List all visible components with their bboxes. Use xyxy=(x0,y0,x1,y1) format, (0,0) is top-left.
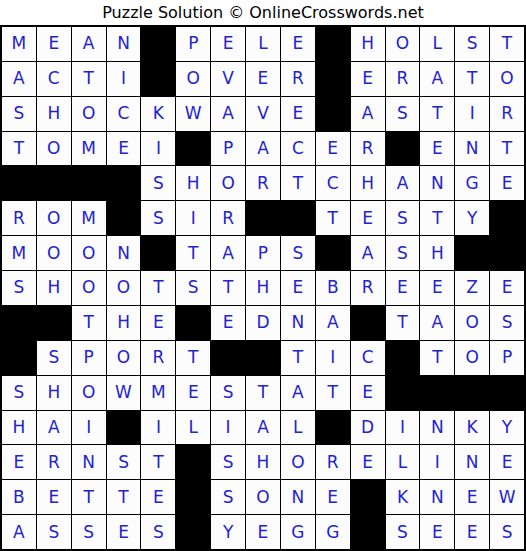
cell-r14c10: E xyxy=(316,480,350,514)
cell-r14c5: E xyxy=(141,480,175,514)
cell-r1c12: O xyxy=(386,27,420,61)
cell-r12c3: I xyxy=(72,411,106,445)
cell-r14c1: B xyxy=(2,480,36,514)
cell-r9c10: A xyxy=(316,306,350,340)
cell-r3c1: S xyxy=(2,97,36,131)
block-cell-r11c15 xyxy=(490,376,524,410)
cell-r10c13: T xyxy=(420,341,454,375)
cell-r3c13: T xyxy=(420,97,454,131)
cell-r2c9: R xyxy=(281,62,315,96)
cell-r4c3: M xyxy=(72,132,106,166)
cell-r6c11: E xyxy=(351,201,385,235)
block-cell-r4c6 xyxy=(176,132,210,166)
cell-r13c4: S xyxy=(107,445,141,479)
cell-r8c15: E xyxy=(490,271,524,305)
cell-r5c15: E xyxy=(490,166,524,200)
block-cell-r7c5 xyxy=(141,236,175,270)
cell-r11c6: E xyxy=(176,376,210,410)
cell-r8c10: B xyxy=(316,271,350,305)
cell-r11c2: H xyxy=(37,376,71,410)
cell-r6c5: S xyxy=(141,201,175,235)
block-cell-r1c5 xyxy=(141,27,175,61)
cell-r6c12: S xyxy=(386,201,420,235)
cell-r2c15: O xyxy=(490,62,524,96)
cell-r6c6: I xyxy=(176,201,210,235)
cell-r4c13: E xyxy=(420,132,454,166)
cell-r15c13: E xyxy=(420,515,454,549)
cell-r10c5: R xyxy=(141,341,175,375)
cell-r7c6: T xyxy=(176,236,210,270)
cell-r15c5: S xyxy=(141,515,175,549)
cell-r8c1: S xyxy=(2,271,36,305)
cell-r10c4: O xyxy=(107,341,141,375)
cell-r7c2: O xyxy=(37,236,71,270)
puzzle-solution-page: Puzzle Solution © OnlineCrosswords.net M… xyxy=(0,0,526,551)
cell-r1c13: L xyxy=(420,27,454,61)
cell-r1c15: T xyxy=(490,27,524,61)
block-cell-r6c8 xyxy=(246,201,280,235)
cell-r2c4: I xyxy=(107,62,141,96)
block-cell-r10c1 xyxy=(2,341,36,375)
cell-r3c7: A xyxy=(211,97,245,131)
cell-r4c10: E xyxy=(316,132,350,166)
cell-r1c1: M xyxy=(2,27,36,61)
cell-r15c4: E xyxy=(107,515,141,549)
cell-r8c7: T xyxy=(211,271,245,305)
block-cell-r3c10 xyxy=(316,97,350,131)
cell-r4c9: C xyxy=(281,132,315,166)
cell-r10c2: S xyxy=(37,341,71,375)
block-cell-r2c10 xyxy=(316,62,350,96)
cell-r10c6: T xyxy=(176,341,210,375)
block-cell-r6c15 xyxy=(490,201,524,235)
block-cell-r9c6 xyxy=(176,306,210,340)
cell-r7c13: H xyxy=(420,236,454,270)
cell-r2c13: A xyxy=(420,62,454,96)
cell-r12c7: I xyxy=(211,411,245,445)
cell-r10c15: P xyxy=(490,341,524,375)
cell-r12c14: K xyxy=(455,411,489,445)
cell-r5c8: R xyxy=(246,166,280,200)
block-cell-r6c9 xyxy=(281,201,315,235)
cell-r1c2: E xyxy=(37,27,71,61)
cell-r13c10: R xyxy=(316,445,350,479)
cell-r2c12: R xyxy=(386,62,420,96)
cell-r13c2: R xyxy=(37,445,71,479)
cell-r4c5: I xyxy=(141,132,175,166)
cell-r4c11: R xyxy=(351,132,385,166)
cell-r1c3: A xyxy=(72,27,106,61)
cell-r8c14: Z xyxy=(455,271,489,305)
cell-r7c3: O xyxy=(72,236,106,270)
cell-r15c3: S xyxy=(72,515,106,549)
cell-r8c4: O xyxy=(107,271,141,305)
cell-r9c9: N xyxy=(281,306,315,340)
cell-r6c3: M xyxy=(72,201,106,235)
cell-r7c4: N xyxy=(107,236,141,270)
cell-r13c7: S xyxy=(211,445,245,479)
cell-r10c3: P xyxy=(72,341,106,375)
block-cell-r10c8 xyxy=(246,341,280,375)
cell-r13c12: L xyxy=(386,445,420,479)
cell-r11c10: T xyxy=(316,376,350,410)
cell-r15c15: S xyxy=(490,515,524,549)
cell-r8c13: E xyxy=(420,271,454,305)
cell-r5c5: S xyxy=(141,166,175,200)
cell-r11c3: O xyxy=(72,376,106,410)
cell-r3c5: K xyxy=(141,97,175,131)
cell-r2c7: V xyxy=(211,62,245,96)
cell-r6c13: T xyxy=(420,201,454,235)
cell-r5c13: N xyxy=(420,166,454,200)
cell-r9c5: E xyxy=(141,306,175,340)
cell-r3c9: E xyxy=(281,97,315,131)
cell-r8c11: R xyxy=(351,271,385,305)
cell-r5c6: H xyxy=(176,166,210,200)
cell-r11c5: M xyxy=(141,376,175,410)
cell-r3c15: R xyxy=(490,97,524,131)
cell-r15c8: E xyxy=(246,515,280,549)
cell-r6c2: O xyxy=(37,201,71,235)
cell-r6c14: Y xyxy=(455,201,489,235)
cell-r14c14: E xyxy=(455,480,489,514)
block-cell-r15c11 xyxy=(351,515,385,549)
cell-r2c8: E xyxy=(246,62,280,96)
cell-r5c11: H xyxy=(351,166,385,200)
cell-r12c8: A xyxy=(246,411,280,445)
cell-r7c8: P xyxy=(246,236,280,270)
cell-r7c11: A xyxy=(351,236,385,270)
cell-r1c4: N xyxy=(107,27,141,61)
cell-r15c10: G xyxy=(316,515,350,549)
cell-r14c8: O xyxy=(246,480,280,514)
cell-r8c2: H xyxy=(37,271,71,305)
cell-r8c12: E xyxy=(386,271,420,305)
cell-r7c1: M xyxy=(2,236,36,270)
cell-r11c7: S xyxy=(211,376,245,410)
cell-r15c2: S xyxy=(37,515,71,549)
cell-r10c11: C xyxy=(351,341,385,375)
cell-r11c1: S xyxy=(2,376,36,410)
block-cell-r5c1 xyxy=(2,166,36,200)
cell-r14c15: W xyxy=(490,480,524,514)
block-cell-r9c11 xyxy=(351,306,385,340)
cell-r6c1: R xyxy=(2,201,36,235)
cell-r9c8: D xyxy=(246,306,280,340)
cell-r4c14: N xyxy=(455,132,489,166)
crossword-grid: MEANPELEHOLSTACTIOVERERATOSHOCKWAVEASTIR… xyxy=(0,25,526,551)
block-cell-r7c10 xyxy=(316,236,350,270)
cell-r13c13: I xyxy=(420,445,454,479)
cell-r3c11: A xyxy=(351,97,385,131)
cell-r6c10: T xyxy=(316,201,350,235)
block-cell-r2c5 xyxy=(141,62,175,96)
block-cell-r6c4 xyxy=(107,201,141,235)
cell-r11c11: E xyxy=(351,376,385,410)
cell-r4c2: O xyxy=(37,132,71,166)
block-cell-r7c14 xyxy=(455,236,489,270)
cell-r2c14: T xyxy=(455,62,489,96)
cell-r12c6: L xyxy=(176,411,210,445)
block-cell-r5c4 xyxy=(107,166,141,200)
cell-r14c3: T xyxy=(72,480,106,514)
cell-r7c9: S xyxy=(281,236,315,270)
cell-r15c1: A xyxy=(2,515,36,549)
block-cell-r5c3 xyxy=(72,166,106,200)
cell-r9c7: E xyxy=(211,306,245,340)
block-cell-r13c6 xyxy=(176,445,210,479)
cell-r9c12: T xyxy=(386,306,420,340)
cell-r10c10: I xyxy=(316,341,350,375)
block-cell-r10c12 xyxy=(386,341,420,375)
block-cell-r1c10 xyxy=(316,27,350,61)
cell-r7c7: A xyxy=(211,236,245,270)
cell-r15c7: Y xyxy=(211,515,245,549)
cell-r5c9: T xyxy=(281,166,315,200)
block-cell-r9c1 xyxy=(2,306,36,340)
cell-r13c5: T xyxy=(141,445,175,479)
cell-r11c8: T xyxy=(246,376,280,410)
cell-r12c15: Y xyxy=(490,411,524,445)
block-cell-r11c12 xyxy=(386,376,420,410)
block-cell-r14c6 xyxy=(176,480,210,514)
cell-r2c11: E xyxy=(351,62,385,96)
cell-r3c2: H xyxy=(37,97,71,131)
block-cell-r9c2 xyxy=(37,306,71,340)
cell-r4c4: E xyxy=(107,132,141,166)
cell-r8c6: S xyxy=(176,271,210,305)
cell-r3c8: V xyxy=(246,97,280,131)
cell-r14c7: S xyxy=(211,480,245,514)
cell-r13c8: H xyxy=(246,445,280,479)
cell-r9c4: H xyxy=(107,306,141,340)
cell-r5c14: G xyxy=(455,166,489,200)
cell-r13c15: E xyxy=(490,445,524,479)
cell-r9c3: T xyxy=(72,306,106,340)
cell-r1c6: P xyxy=(176,27,210,61)
cell-r15c9: G xyxy=(281,515,315,549)
cell-r1c14: S xyxy=(455,27,489,61)
cell-r3c4: C xyxy=(107,97,141,131)
cell-r13c9: O xyxy=(281,445,315,479)
cell-r3c3: O xyxy=(72,97,106,131)
cell-r13c3: N xyxy=(72,445,106,479)
block-cell-r14c11 xyxy=(351,480,385,514)
cell-r4c15: T xyxy=(490,132,524,166)
page-title: Puzzle Solution © OnlineCrosswords.net xyxy=(0,0,526,25)
cell-r10c9: T xyxy=(281,341,315,375)
block-cell-r5c2 xyxy=(37,166,71,200)
cell-r2c3: T xyxy=(72,62,106,96)
cell-r12c2: A xyxy=(37,411,71,445)
cell-r12c5: I xyxy=(141,411,175,445)
cell-r9c15: S xyxy=(490,306,524,340)
cell-r12c1: H xyxy=(2,411,36,445)
block-cell-r7c15 xyxy=(490,236,524,270)
block-cell-r12c4 xyxy=(107,411,141,445)
cell-r11c4: W xyxy=(107,376,141,410)
cell-r11c9: A xyxy=(281,376,315,410)
cell-r14c2: E xyxy=(37,480,71,514)
block-cell-r12c10 xyxy=(316,411,350,445)
cell-r12c9: L xyxy=(281,411,315,445)
cell-r13c1: E xyxy=(2,445,36,479)
cell-r2c6: O xyxy=(176,62,210,96)
cell-r4c1: T xyxy=(2,132,36,166)
cell-r12c13: N xyxy=(420,411,454,445)
cell-r1c11: H xyxy=(351,27,385,61)
cell-r5c12: A xyxy=(386,166,420,200)
cell-r5c7: O xyxy=(211,166,245,200)
cell-r1c8: L xyxy=(246,27,280,61)
cell-r10c14: O xyxy=(455,341,489,375)
block-cell-r4c12 xyxy=(386,132,420,166)
cell-r12c12: I xyxy=(386,411,420,445)
cell-r2c1: A xyxy=(2,62,36,96)
cell-r8c8: H xyxy=(246,271,280,305)
block-cell-r10c7 xyxy=(211,341,245,375)
cell-r8c5: T xyxy=(141,271,175,305)
cell-r1c9: E xyxy=(281,27,315,61)
cell-r4c7: P xyxy=(211,132,245,166)
cell-r15c14: E xyxy=(455,515,489,549)
cell-r14c9: N xyxy=(281,480,315,514)
cell-r14c13: N xyxy=(420,480,454,514)
cell-r5c10: C xyxy=(316,166,350,200)
cell-r13c14: N xyxy=(455,445,489,479)
cell-r14c4: T xyxy=(107,480,141,514)
cell-r4c8: A xyxy=(246,132,280,166)
cell-r3c14: I xyxy=(455,97,489,131)
cell-r9c13: A xyxy=(420,306,454,340)
cell-r1c7: E xyxy=(211,27,245,61)
cell-r2c2: C xyxy=(37,62,71,96)
block-cell-r11c13 xyxy=(420,376,454,410)
cell-r15c12: S xyxy=(386,515,420,549)
cell-r9c14: O xyxy=(455,306,489,340)
block-cell-r15c6 xyxy=(176,515,210,549)
cell-r6c7: R xyxy=(211,201,245,235)
cell-r8c9: E xyxy=(281,271,315,305)
cell-r3c6: W xyxy=(176,97,210,131)
cell-r13c11: E xyxy=(351,445,385,479)
cell-r7c12: S xyxy=(386,236,420,270)
cell-r12c11: D xyxy=(351,411,385,445)
cell-r3c12: S xyxy=(386,97,420,131)
cell-r14c12: K xyxy=(386,480,420,514)
block-cell-r11c14 xyxy=(455,376,489,410)
cell-r8c3: O xyxy=(72,271,106,305)
